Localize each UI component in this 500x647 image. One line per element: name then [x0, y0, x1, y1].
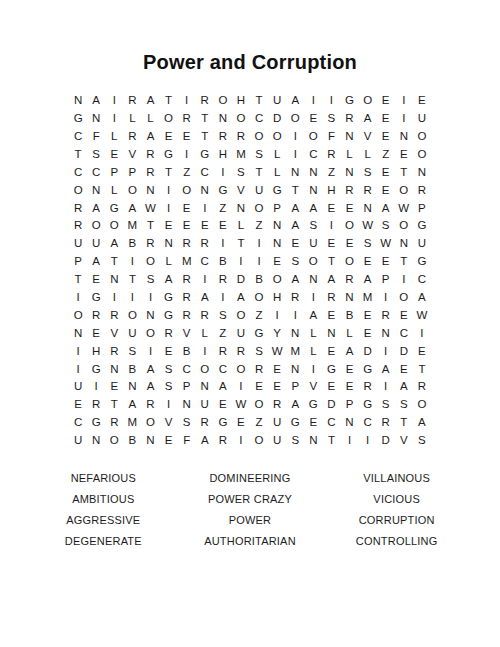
- grid-cell: E: [250, 378, 268, 396]
- grid-cell: Z: [250, 307, 268, 325]
- grid-cell: U: [69, 432, 87, 450]
- grid-cell: R: [141, 235, 159, 253]
- grid-cell: R: [413, 181, 431, 199]
- grid-cell: E: [304, 414, 322, 432]
- grid-cell: N: [340, 164, 358, 182]
- grid-cell: Z: [214, 199, 232, 217]
- grid-cell: E: [359, 325, 377, 343]
- grid-cell: F: [87, 128, 105, 146]
- grid-cell: R: [160, 325, 178, 343]
- grid-cell: S: [160, 360, 178, 378]
- grid-cell: G: [87, 360, 105, 378]
- grid-cell: I: [395, 271, 413, 289]
- grid-cell: G: [304, 396, 322, 414]
- grid-cell: S: [286, 432, 304, 450]
- grid-cell: A: [87, 92, 105, 110]
- grid-cell: N: [304, 181, 322, 199]
- word-list-item: CORRUPTION: [323, 510, 470, 531]
- grid-cell: G: [69, 110, 87, 128]
- puzzle-title: Power and Corruption: [0, 51, 500, 74]
- grid-cell: A: [359, 110, 377, 128]
- grid-cell: R: [178, 110, 196, 128]
- grid-cell: R: [87, 396, 105, 414]
- grid-cell: I: [160, 396, 178, 414]
- grid-cell: Z: [214, 325, 232, 343]
- word-list-item: AMBITIOUS: [30, 489, 177, 510]
- grid-cell: N: [105, 360, 123, 378]
- grid-cell: R: [178, 271, 196, 289]
- grid-cell: G: [160, 146, 178, 164]
- grid-cell: U: [250, 181, 268, 199]
- grid-cell: R: [123, 128, 141, 146]
- grid-cell: N: [322, 325, 340, 343]
- grid-cell: G: [87, 289, 105, 307]
- grid-cell: I: [304, 360, 322, 378]
- grid-cell: E: [214, 396, 232, 414]
- grid-cell: I: [69, 360, 87, 378]
- grid-cell: G: [413, 253, 431, 271]
- grid-cell: O: [232, 110, 250, 128]
- grid-cell: I: [250, 235, 268, 253]
- grid-cell: N: [286, 325, 304, 343]
- grid-cell: I: [286, 128, 304, 146]
- grid-cell: N: [304, 164, 322, 182]
- grid-cell: I: [377, 289, 395, 307]
- grid-cell: T: [69, 146, 87, 164]
- grid-cell: T: [413, 360, 431, 378]
- grid-cell: G: [214, 181, 232, 199]
- word-list-column-1: NEFARIOUSAMBITIOUSAGGRESSIVEDEGENERATE: [30, 468, 177, 552]
- grid-cell: I: [196, 271, 214, 289]
- grid-cell: G: [268, 181, 286, 199]
- grid-cell: C: [395, 325, 413, 343]
- puzzle-page: Power and Corruption NAIRATIROHTUAIIGOEI…: [0, 0, 500, 647]
- grid-cell: N: [87, 110, 105, 128]
- grid-cell: I: [359, 432, 377, 450]
- grid-cell: L: [359, 146, 377, 164]
- grid-cell: N: [87, 432, 105, 450]
- grid-cell: A: [377, 360, 395, 378]
- grid-cell: O: [250, 432, 268, 450]
- grid-cell: Z: [178, 164, 196, 182]
- grid-cell: O: [304, 253, 322, 271]
- grid-cell: L: [340, 146, 358, 164]
- word-list-item: AGGRESSIVE: [30, 510, 177, 531]
- letter-grid: NAIRATIROHTUAIIGOEIEGNILLORTNOCDOESRAEIU…: [69, 92, 431, 450]
- grid-cell: E: [178, 199, 196, 217]
- grid-cell: E: [322, 378, 340, 396]
- grid-cell: T: [105, 396, 123, 414]
- grid-cell: E: [304, 110, 322, 128]
- grid-cell: L: [268, 164, 286, 182]
- grid-cell: N: [123, 378, 141, 396]
- grid-cell: I: [105, 110, 123, 128]
- grid-cell: O: [87, 217, 105, 235]
- grid-cell: U: [69, 235, 87, 253]
- grid-cell: R: [178, 235, 196, 253]
- grid-cell: R: [178, 307, 196, 325]
- grid-cell: A: [141, 92, 159, 110]
- grid-cell: L: [232, 217, 250, 235]
- grid-cell: N: [178, 396, 196, 414]
- grid-cell: G: [196, 146, 214, 164]
- grid-cell: O: [214, 92, 232, 110]
- grid-cell: A: [377, 199, 395, 217]
- grid-cell: I: [268, 307, 286, 325]
- grid-cell: T: [123, 271, 141, 289]
- grid-cell: U: [69, 378, 87, 396]
- grid-cell: E: [87, 271, 105, 289]
- grid-cell: E: [340, 199, 358, 217]
- grid-cell: E: [377, 253, 395, 271]
- grid-cell: E: [105, 378, 123, 396]
- grid-cell: V: [160, 414, 178, 432]
- grid-cell: R: [214, 271, 232, 289]
- grid-cell: N: [413, 164, 431, 182]
- grid-cell: U: [268, 414, 286, 432]
- grid-cell: R: [178, 289, 196, 307]
- grid-cell: C: [69, 128, 87, 146]
- grid-cell: O: [413, 128, 431, 146]
- grid-cell: S: [286, 253, 304, 271]
- grid-cell: S: [87, 146, 105, 164]
- grid-cell: U: [196, 396, 214, 414]
- grid-cell: E: [377, 110, 395, 128]
- grid-cell: A: [286, 217, 304, 235]
- grid-cell: A: [304, 307, 322, 325]
- grid-cell: O: [232, 360, 250, 378]
- grid-cell: A: [304, 199, 322, 217]
- grid-cell: S: [359, 164, 377, 182]
- grid-cell: R: [105, 342, 123, 360]
- grid-cell: R: [250, 360, 268, 378]
- grid-cell: V: [123, 146, 141, 164]
- grid-cell: Y: [268, 325, 286, 343]
- grid-cell: N: [141, 307, 159, 325]
- grid-cell: N: [141, 432, 159, 450]
- grid-cell: R: [340, 110, 358, 128]
- grid-cell: B: [123, 235, 141, 253]
- grid-cell: B: [123, 432, 141, 450]
- grid-cell: N: [304, 432, 322, 450]
- grid-cell: L: [304, 325, 322, 343]
- grid-cell: G: [250, 325, 268, 343]
- grid-cell: T: [250, 92, 268, 110]
- grid-cell: E: [322, 199, 340, 217]
- grid-cell: O: [232, 307, 250, 325]
- grid-cell: M: [123, 217, 141, 235]
- grid-cell: E: [359, 307, 377, 325]
- grid-cell: E: [232, 414, 250, 432]
- grid-cell: R: [377, 414, 395, 432]
- grid-cell: S: [232, 164, 250, 182]
- grid-cell: G: [359, 396, 377, 414]
- grid-cell: A: [286, 199, 304, 217]
- grid-cell: R: [286, 289, 304, 307]
- grid-cell: S: [304, 217, 322, 235]
- grid-cell: N: [268, 235, 286, 253]
- grid-cell: I: [304, 92, 322, 110]
- grid-cell: L: [160, 253, 178, 271]
- grid-cell: A: [214, 378, 232, 396]
- grid-cell: S: [250, 342, 268, 360]
- grid-cell: M: [178, 253, 196, 271]
- grid-cell: E: [160, 217, 178, 235]
- grid-cell: R: [214, 432, 232, 450]
- grid-cell: R: [105, 414, 123, 432]
- grid-cell: Z: [250, 414, 268, 432]
- grid-cell: G: [105, 199, 123, 217]
- grid-cell: R: [214, 342, 232, 360]
- grid-cell: E: [196, 217, 214, 235]
- grid-cell: O: [123, 307, 141, 325]
- grid-cell: C: [250, 110, 268, 128]
- grid-cell: I: [395, 92, 413, 110]
- grid-cell: O: [141, 414, 159, 432]
- grid-cell: N: [160, 235, 178, 253]
- grid-cell: Z: [377, 146, 395, 164]
- grid-cell: B: [123, 360, 141, 378]
- grid-cell: E: [322, 342, 340, 360]
- grid-cell: E: [340, 235, 358, 253]
- grid-cell: U: [232, 325, 250, 343]
- grid-cell: S: [141, 271, 159, 289]
- word-list-item: VICIOUS: [323, 489, 470, 510]
- grid-cell: R: [141, 164, 159, 182]
- grid-cell: O: [395, 289, 413, 307]
- grid-cell: C: [413, 271, 431, 289]
- grid-cell: M: [123, 414, 141, 432]
- grid-cell: A: [232, 289, 250, 307]
- grid-cell: R: [87, 307, 105, 325]
- grid-cell: E: [413, 342, 431, 360]
- grid-cell: G: [340, 92, 358, 110]
- grid-cell: E: [178, 217, 196, 235]
- grid-cell: N: [340, 128, 358, 146]
- grid-cell: T: [105, 253, 123, 271]
- grid-cell: G: [214, 414, 232, 432]
- grid-cell: D: [395, 342, 413, 360]
- grid-cell: R: [141, 146, 159, 164]
- grid-cell: E: [377, 164, 395, 182]
- grid-cell: N: [268, 217, 286, 235]
- word-list-item: NEFARIOUS: [30, 468, 177, 489]
- grid-cell: I: [322, 92, 340, 110]
- grid-cell: N: [87, 181, 105, 199]
- grid-cell: S: [123, 342, 141, 360]
- grid-cell: C: [322, 414, 340, 432]
- grid-cell: A: [286, 396, 304, 414]
- grid-cell: L: [268, 146, 286, 164]
- grid-cell: O: [304, 128, 322, 146]
- grid-cell: N: [286, 360, 304, 378]
- grid-cell: E: [413, 92, 431, 110]
- grid-cell: P: [123, 164, 141, 182]
- word-list-item: POWER CRAZY: [177, 489, 324, 510]
- grid-cell: W: [141, 199, 159, 217]
- grid-cell: T: [250, 164, 268, 182]
- grid-cell: T: [232, 235, 250, 253]
- grid-cell: E: [286, 235, 304, 253]
- grid-cell: N: [69, 325, 87, 343]
- grid-cell: L: [105, 128, 123, 146]
- grid-cell: O: [268, 128, 286, 146]
- grid-cell: E: [105, 146, 123, 164]
- grid-cell: S: [250, 146, 268, 164]
- grid-cell: H: [214, 146, 232, 164]
- grid-cell: T: [395, 164, 413, 182]
- grid-cell: A: [87, 253, 105, 271]
- grid-cell: O: [250, 199, 268, 217]
- grid-cell: N: [196, 378, 214, 396]
- grid-cell: N: [196, 181, 214, 199]
- grid-cell: S: [413, 432, 431, 450]
- grid-cell: S: [160, 378, 178, 396]
- grid-cell: P: [286, 378, 304, 396]
- grid-cell: E: [268, 378, 286, 396]
- grid-cell: T: [322, 432, 340, 450]
- grid-cell: O: [160, 110, 178, 128]
- grid-cell: H: [322, 181, 340, 199]
- grid-cell: E: [322, 307, 340, 325]
- grid-cell: T: [160, 92, 178, 110]
- grid-cell: P: [268, 199, 286, 217]
- grid-cell: A: [413, 414, 431, 432]
- grid-cell: H: [87, 342, 105, 360]
- grid-cell: I: [232, 378, 250, 396]
- grid-cell: O: [395, 217, 413, 235]
- grid-cell: D: [268, 110, 286, 128]
- grid-cell: L: [196, 325, 214, 343]
- word-list-item: AUTHORITARIAN: [177, 531, 324, 552]
- grid-cell: Z: [322, 164, 340, 182]
- grid-cell: W: [268, 342, 286, 360]
- grid-cell: D: [377, 432, 395, 450]
- grid-cell: U: [87, 235, 105, 253]
- grid-cell: W: [395, 199, 413, 217]
- grid-cell: V: [178, 325, 196, 343]
- grid-cell: T: [395, 253, 413, 271]
- grid-cell: R: [340, 271, 358, 289]
- grid-cell: R: [413, 378, 431, 396]
- grid-cell: N: [377, 325, 395, 343]
- grid-cell: N: [105, 271, 123, 289]
- grid-cell: U: [123, 325, 141, 343]
- grid-cell: E: [340, 378, 358, 396]
- grid-cell: L: [304, 342, 322, 360]
- grid-cell: R: [322, 289, 340, 307]
- grid-cell: A: [322, 271, 340, 289]
- grid-cell: A: [286, 271, 304, 289]
- grid-cell: C: [304, 146, 322, 164]
- grid-cell: G: [359, 360, 377, 378]
- grid-cell: P: [377, 271, 395, 289]
- grid-cell: F: [178, 432, 196, 450]
- grid-cell: E: [69, 396, 87, 414]
- grid-cell: O: [340, 253, 358, 271]
- grid-cell: C: [69, 164, 87, 182]
- grid-cell: I: [196, 199, 214, 217]
- grid-cell: L: [340, 325, 358, 343]
- grid-cell: E: [359, 253, 377, 271]
- grid-cell: O: [69, 181, 87, 199]
- grid-cell: R: [232, 128, 250, 146]
- grid-cell: O: [250, 289, 268, 307]
- grid-cell: G: [413, 217, 431, 235]
- grid-cell: M: [232, 146, 250, 164]
- grid-cell: O: [178, 181, 196, 199]
- grid-cell: N: [359, 199, 377, 217]
- grid-cell: U: [268, 432, 286, 450]
- grid-cell: E: [160, 432, 178, 450]
- grid-cell: E: [395, 307, 413, 325]
- grid-cell: R: [196, 92, 214, 110]
- grid-cell: W: [232, 396, 250, 414]
- grid-cell: G: [286, 414, 304, 432]
- grid-cell: I: [141, 342, 159, 360]
- word-list-item: DOMINEERING: [177, 468, 324, 489]
- grid-cell: A: [141, 128, 159, 146]
- grid-cell: A: [105, 235, 123, 253]
- grid-cell: O: [395, 181, 413, 199]
- grid-cell: B: [178, 342, 196, 360]
- grid-cell: C: [178, 360, 196, 378]
- grid-cell: U: [268, 92, 286, 110]
- grid-cell: I: [250, 253, 268, 271]
- grid-cell: B: [340, 307, 358, 325]
- grid-cell: L: [141, 110, 159, 128]
- grid-cell: E: [377, 181, 395, 199]
- grid-cell: A: [160, 271, 178, 289]
- grid-cell: Z: [250, 217, 268, 235]
- grid-cell: T: [69, 271, 87, 289]
- grid-cell: M: [286, 342, 304, 360]
- grid-cell: I: [105, 289, 123, 307]
- grid-cell: P: [105, 164, 123, 182]
- grid-cell: O: [286, 110, 304, 128]
- grid-cell: G: [322, 360, 340, 378]
- grid-cell: O: [105, 432, 123, 450]
- grid-cell: R: [322, 146, 340, 164]
- grid-cell: N: [214, 110, 232, 128]
- word-list-column-3: VILLAINOUSVICIOUSCORRUPTIONCONTROLLING: [323, 468, 470, 552]
- grid-cell: R: [232, 342, 250, 360]
- grid-cell: V: [304, 378, 322, 396]
- grid-cell: S: [395, 396, 413, 414]
- grid-cell: E: [87, 325, 105, 343]
- grid-cell: B: [214, 253, 232, 271]
- grid-cell: C: [69, 414, 87, 432]
- grid-cell: C: [214, 360, 232, 378]
- grid-cell: O: [141, 325, 159, 343]
- word-list-item: VILLAINOUS: [323, 468, 470, 489]
- grid-cell: D: [359, 342, 377, 360]
- grid-cell: R: [69, 199, 87, 217]
- grid-cell: D: [232, 271, 250, 289]
- grid-cell: T: [160, 164, 178, 182]
- grid-cell: N: [141, 181, 159, 199]
- grid-cell: T: [322, 253, 340, 271]
- grid-cell: O: [340, 217, 358, 235]
- grid-cell: V: [359, 128, 377, 146]
- grid-cell: N: [395, 128, 413, 146]
- grid-cell: I: [178, 92, 196, 110]
- grid-cell: U: [304, 235, 322, 253]
- grid-cell: N: [340, 414, 358, 432]
- grid-cell: L: [123, 110, 141, 128]
- grid-cell: V: [232, 181, 250, 199]
- grid-cell: E: [268, 360, 286, 378]
